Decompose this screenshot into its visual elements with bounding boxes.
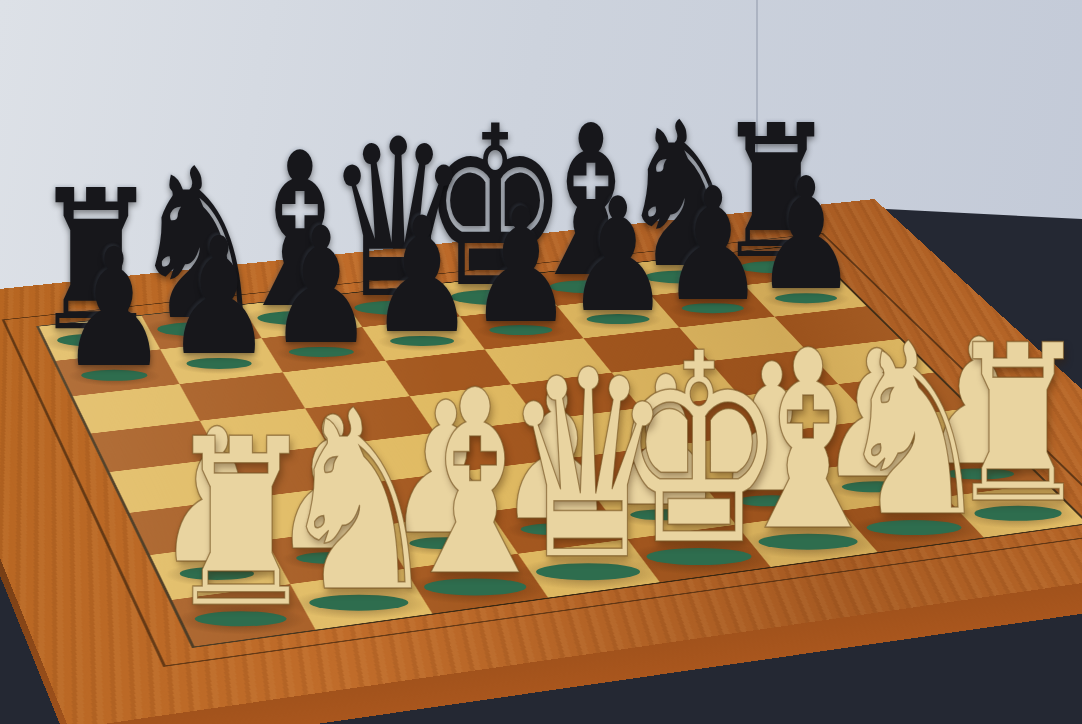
black-pawn-glyph: ♟ — [268, 207, 375, 368]
scene: ♜♞♝♚♟♛♟♝♟♞♟♜♟♟♟♟♟♟♟♜♟♞♟♝♟♚♟♛♟♝♞♜ — [0, 0, 1082, 724]
black-pawn-glyph: ♟ — [60, 227, 168, 390]
white-rook-glyph: ♜ — [164, 409, 318, 641]
black-pawn-glyph: ♟ — [755, 158, 858, 313]
black-pawn-glyph: ♟ — [165, 217, 273, 379]
black-pawn-glyph: ♟ — [369, 196, 475, 356]
